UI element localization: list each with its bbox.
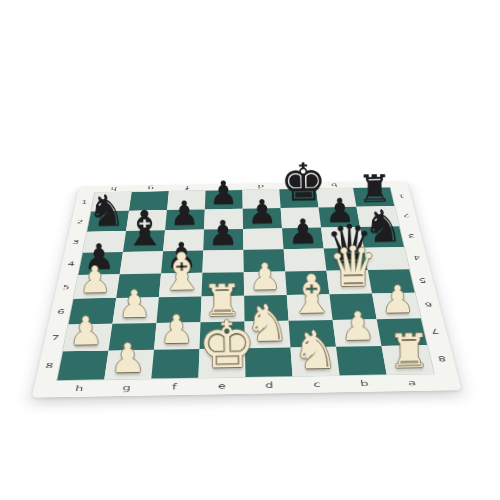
square-f6 xyxy=(157,297,202,323)
square-a8: ♜ xyxy=(381,345,433,375)
black-pawn-e1: ♟ xyxy=(204,177,242,210)
square-c8: ♞ xyxy=(290,347,339,377)
square-h4: ♟ xyxy=(78,252,123,275)
square-d2: ♟ xyxy=(243,208,282,229)
chess-board: ♟♚♜♞♟♟♟♝♟♟♞♟♟♛♟♝♟♛♟♜♝♟♟♟♞♟♟♚♞♜ xyxy=(57,187,434,380)
square-e8: ♚ xyxy=(198,348,245,378)
square-e4 xyxy=(202,250,243,273)
square-c1: ♚ xyxy=(279,189,318,208)
square-g3: ♝ xyxy=(123,230,165,252)
square-a2 xyxy=(356,206,399,227)
file-label-c: c xyxy=(293,375,342,393)
square-b8 xyxy=(336,346,387,376)
square-h6 xyxy=(68,298,116,324)
file-label-d: d xyxy=(245,376,293,394)
square-c7 xyxy=(289,320,336,348)
square-h3 xyxy=(83,231,126,253)
square-e5 xyxy=(202,272,245,296)
rank-label-1: 1 xyxy=(390,187,413,206)
square-g2 xyxy=(126,210,167,231)
square-b1 xyxy=(316,188,356,207)
black-rook-a1: ♜ xyxy=(355,169,393,207)
square-f2: ♟ xyxy=(165,209,205,230)
square-g4 xyxy=(120,251,163,274)
square-f3 xyxy=(163,229,204,251)
square-g5 xyxy=(116,274,161,299)
rank-label-3: 3 xyxy=(399,226,424,247)
file-label-e: e xyxy=(198,377,246,395)
file-label-g: g xyxy=(102,379,152,397)
square-a3: ♞ xyxy=(360,226,404,248)
square-c2 xyxy=(281,208,321,229)
square-a1: ♜ xyxy=(353,187,394,206)
square-h7: ♟ xyxy=(63,323,112,351)
square-b5: ♛ xyxy=(326,270,372,294)
square-a5 xyxy=(368,269,415,293)
square-d6 xyxy=(244,295,288,321)
square-d7: ♞ xyxy=(245,320,291,348)
square-b6 xyxy=(329,294,376,320)
square-f4: ♟ xyxy=(161,250,203,273)
file-label-h: h xyxy=(54,379,104,397)
square-c5 xyxy=(285,271,329,295)
square-b7: ♟ xyxy=(333,319,382,347)
rank-label-2: 2 xyxy=(394,206,418,226)
square-c6: ♝ xyxy=(287,294,333,320)
square-g6: ♟ xyxy=(112,297,158,323)
square-g1 xyxy=(129,191,169,211)
square-e3: ♟ xyxy=(203,229,243,251)
square-b3 xyxy=(321,227,364,249)
square-c4 xyxy=(284,248,327,271)
square-b4: ♛ xyxy=(324,248,368,271)
square-g7 xyxy=(109,323,157,351)
square-h1 xyxy=(91,192,132,212)
square-b2: ♟ xyxy=(319,207,360,228)
file-label-b: b xyxy=(340,375,390,393)
rank-label-4: 4 xyxy=(404,247,430,270)
rank-label-5: 5 xyxy=(409,269,436,293)
square-h2: ♞ xyxy=(87,211,129,232)
square-f1 xyxy=(167,191,206,211)
roll-up-chess-mat: hgfedcba 12345678 ♟♚♜♞♟♟♟♝♟♟♞♟♟♛♟♝♟♛♟♜♝♟… xyxy=(32,181,462,398)
square-e6: ♜ xyxy=(201,296,245,322)
square-d8 xyxy=(245,347,293,377)
square-f8 xyxy=(151,349,199,379)
square-h5: ♟ xyxy=(74,274,120,299)
square-d4 xyxy=(243,249,285,272)
square-a4 xyxy=(364,247,409,270)
square-e1: ♟ xyxy=(205,190,243,209)
square-f7: ♟ xyxy=(154,322,201,350)
square-a7 xyxy=(377,318,427,346)
square-a6: ♟ xyxy=(372,293,421,319)
file-label-a: a xyxy=(387,374,438,392)
rank-label-6: 6 xyxy=(415,293,443,319)
square-c3: ♟ xyxy=(282,227,324,249)
file-label-f: f xyxy=(150,378,199,396)
square-g8: ♟ xyxy=(104,350,154,380)
chess-scene: hgfedcba 12345678 ♟♚♜♞♟♟♟♝♟♟♞♟♟♛♟♝♟♛♟♜♝♟… xyxy=(24,0,461,398)
square-e7 xyxy=(200,321,245,349)
square-d5: ♟ xyxy=(244,271,287,295)
square-e2 xyxy=(204,209,243,230)
square-d3 xyxy=(243,228,283,250)
square-d1 xyxy=(242,189,280,208)
square-f5: ♝ xyxy=(159,273,203,298)
square-h8 xyxy=(57,351,108,381)
